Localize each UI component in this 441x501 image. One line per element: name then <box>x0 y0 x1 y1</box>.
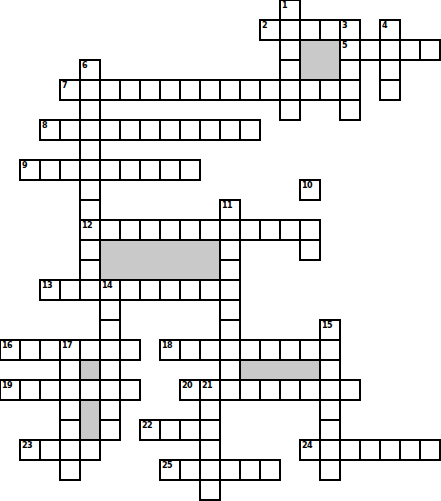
grid-cell[interactable] <box>219 239 241 261</box>
grid-cell[interactable]: 15 <box>319 319 341 341</box>
grid-cell[interactable] <box>79 379 101 401</box>
grid-cell[interactable] <box>119 119 141 141</box>
grid-cell[interactable] <box>139 79 161 101</box>
grid-cell[interactable] <box>319 359 341 381</box>
grid-cell[interactable] <box>259 339 281 361</box>
grid-cell[interactable] <box>179 339 201 361</box>
grid-cell[interactable] <box>219 119 241 141</box>
grid-cell[interactable] <box>199 459 221 481</box>
grid-cell[interactable] <box>319 19 341 41</box>
grid-cell[interactable] <box>199 439 221 461</box>
grid-cell[interactable]: 9 <box>19 159 41 181</box>
grid-cell[interactable]: 3 <box>339 19 361 41</box>
grid-cell[interactable] <box>339 99 361 121</box>
grid-cell[interactable] <box>79 79 101 101</box>
grid-cell[interactable] <box>139 159 161 181</box>
clue-number: 13 <box>42 281 52 290</box>
grid-cell[interactable] <box>379 59 401 81</box>
grid-cell[interactable] <box>59 439 81 461</box>
grid-cell[interactable] <box>219 219 241 241</box>
grid-cell[interactable] <box>259 79 281 101</box>
clue-number: 21 <box>202 381 212 390</box>
grid-cell[interactable] <box>99 339 121 361</box>
grid-cell[interactable] <box>59 279 81 301</box>
grid-cell[interactable] <box>79 199 101 221</box>
grid-cell[interactable] <box>139 279 161 301</box>
grid-cell[interactable] <box>359 439 381 461</box>
grid-cell[interactable] <box>119 279 141 301</box>
grid-cell[interactable] <box>199 219 221 241</box>
grid-cell[interactable] <box>59 379 81 401</box>
grid-cell[interactable]: 12 <box>79 219 101 241</box>
grid-cell[interactable] <box>99 419 121 441</box>
grid-cell[interactable] <box>119 379 141 401</box>
grid-cell[interactable] <box>379 39 401 61</box>
grid-cell[interactable] <box>39 159 61 181</box>
grid-cell[interactable]: 4 <box>379 19 401 41</box>
grid-cell[interactable]: 18 <box>159 339 181 361</box>
grid-cell[interactable] <box>79 339 101 361</box>
grid-cell[interactable] <box>359 39 381 61</box>
grid-cell[interactable]: 20 <box>179 379 201 401</box>
grid-cell[interactable] <box>159 219 181 241</box>
grid-cell[interactable] <box>159 419 181 441</box>
grid-cell[interactable] <box>219 379 241 401</box>
grid-cell[interactable] <box>79 439 101 461</box>
grid-cell[interactable] <box>319 459 341 481</box>
grid-cell[interactable] <box>79 159 101 181</box>
grid-cell[interactable] <box>119 339 141 361</box>
grid-cell[interactable] <box>279 379 301 401</box>
grid-cell[interactable] <box>239 379 261 401</box>
grid-cell[interactable] <box>199 119 221 141</box>
clue-number: 2 <box>262 21 267 30</box>
grid-cell[interactable] <box>59 419 81 441</box>
clue-number: 4 <box>382 21 387 30</box>
grid-cell[interactable] <box>179 159 201 181</box>
clue-number: 25 <box>162 461 172 470</box>
clue-number: 5 <box>342 41 347 50</box>
grid-cell[interactable] <box>319 379 341 401</box>
grid-cell[interactable] <box>79 179 101 201</box>
grid-cell[interactable] <box>239 339 261 361</box>
grid-cell[interactable] <box>339 379 361 401</box>
grid-cell[interactable] <box>39 439 61 461</box>
grid-cell[interactable] <box>199 419 221 441</box>
grid-cell[interactable]: 7 <box>59 79 81 101</box>
grid-cell[interactable] <box>59 399 81 421</box>
blocked-region <box>81 401 99 439</box>
grid-cell[interactable] <box>299 239 321 261</box>
grid-cell[interactable] <box>219 359 241 381</box>
grid-cell[interactable] <box>219 459 241 481</box>
grid-cell[interactable] <box>239 219 261 241</box>
clue-number: 7 <box>62 81 67 90</box>
clue-number: 24 <box>302 441 312 450</box>
grid-cell[interactable] <box>319 79 341 101</box>
grid-cell[interactable] <box>159 279 181 301</box>
clue-number: 14 <box>102 281 112 290</box>
grid-cell[interactable] <box>99 159 121 181</box>
grid-cell[interactable] <box>239 79 261 101</box>
clue-number: 19 <box>2 381 12 390</box>
grid-cell[interactable] <box>79 99 101 121</box>
grid-cell[interactable] <box>219 339 241 361</box>
grid-cell[interactable] <box>99 79 121 101</box>
grid-cell[interactable] <box>279 19 301 41</box>
grid-cell[interactable] <box>199 339 221 361</box>
grid-cell[interactable] <box>159 159 181 181</box>
grid-cell[interactable] <box>139 219 161 241</box>
grid-cell[interactable] <box>119 159 141 181</box>
clue-number: 15 <box>322 321 332 330</box>
grid-cell[interactable]: 16 <box>0 339 21 361</box>
grid-cell[interactable] <box>219 259 241 281</box>
grid-cell[interactable] <box>179 279 201 301</box>
grid-cell[interactable]: 25 <box>159 459 181 481</box>
grid-cell[interactable] <box>279 79 301 101</box>
grid-cell[interactable] <box>79 259 101 281</box>
grid-cell[interactable] <box>59 359 81 381</box>
grid-cell[interactable]: 13 <box>39 279 61 301</box>
grid-cell[interactable] <box>279 339 301 361</box>
grid-cell[interactable]: 6 <box>79 59 101 81</box>
grid-cell[interactable] <box>59 459 81 481</box>
grid-cell[interactable] <box>299 379 321 401</box>
grid-cell[interactable] <box>319 419 341 441</box>
clue-number: 17 <box>62 341 72 350</box>
grid-cell[interactable] <box>299 19 321 41</box>
grid-cell[interactable] <box>199 279 221 301</box>
grid-cell[interactable] <box>99 119 121 141</box>
grid-cell[interactable] <box>99 219 121 241</box>
clue-number: 3 <box>342 21 347 30</box>
grid-cell[interactable] <box>239 459 261 481</box>
grid-cell[interactable] <box>179 119 201 141</box>
clue-number: 18 <box>162 341 172 350</box>
grid-cell[interactable] <box>339 79 361 101</box>
grid-cell[interactable] <box>79 119 101 141</box>
clue-number: 8 <box>42 121 47 130</box>
clue-number: 11 <box>222 201 232 210</box>
grid-cell[interactable]: 2 <box>259 19 281 41</box>
grid-cell[interactable] <box>219 79 241 101</box>
clue-number: 20 <box>182 381 192 390</box>
grid-cell[interactable] <box>299 79 321 101</box>
grid-cell[interactable] <box>219 319 241 341</box>
grid-cell[interactable] <box>299 219 321 241</box>
clue-number: 1 <box>282 1 287 10</box>
blocked-region <box>81 361 99 379</box>
grid-cell[interactable] <box>99 319 121 341</box>
grid-cell[interactable] <box>199 399 221 421</box>
grid-cell[interactable] <box>399 439 421 461</box>
clue-number: 10 <box>302 181 312 190</box>
blocked-region <box>241 361 319 379</box>
grid-cell[interactable] <box>279 39 301 61</box>
grid-cell[interactable]: 19 <box>0 379 21 401</box>
grid-cell[interactable] <box>179 219 201 241</box>
blocked-region <box>101 241 219 279</box>
grid-cell[interactable] <box>179 459 201 481</box>
grid-cell[interactable] <box>239 119 261 141</box>
grid-cell[interactable] <box>279 219 301 241</box>
clue-number: 12 <box>82 221 92 230</box>
clue-number: 9 <box>22 161 27 170</box>
grid-cell[interactable] <box>259 379 281 401</box>
grid-cell[interactable] <box>79 279 101 301</box>
grid-cell[interactable] <box>19 339 41 361</box>
clue-number: 16 <box>2 341 12 350</box>
grid-cell[interactable] <box>159 79 181 101</box>
grid-cell[interactable] <box>259 219 281 241</box>
grid-cell[interactable] <box>179 79 201 101</box>
grid-cell[interactable]: 5 <box>339 39 361 61</box>
clue-number: 6 <box>82 61 87 70</box>
grid-cell[interactable] <box>39 339 61 361</box>
grid-cell[interactable] <box>79 239 101 261</box>
grid-cell[interactable]: 24 <box>299 439 321 461</box>
grid-cell[interactable] <box>339 439 361 461</box>
grid-cell[interactable] <box>119 219 141 241</box>
grid-cell[interactable] <box>99 379 121 401</box>
grid-cell[interactable]: 23 <box>19 439 41 461</box>
grid-cell[interactable] <box>99 359 121 381</box>
blocked-region <box>301 41 339 79</box>
grid-cell[interactable] <box>219 279 241 301</box>
grid-cell[interactable] <box>399 39 421 61</box>
grid-cell[interactable]: 11 <box>219 199 241 221</box>
grid-cell[interactable]: 8 <box>39 119 61 141</box>
grid-cell[interactable] <box>99 299 121 321</box>
grid-cell[interactable]: 17 <box>59 339 81 361</box>
grid-cell[interactable] <box>219 299 241 321</box>
grid-cell[interactable] <box>19 379 41 401</box>
grid-cell[interactable]: 14 <box>99 279 121 301</box>
grid-cell[interactable] <box>139 119 161 141</box>
grid-cell[interactable] <box>419 39 441 61</box>
grid-cell[interactable]: 10 <box>299 179 321 201</box>
grid-cell[interactable] <box>259 459 281 481</box>
grid-cell[interactable] <box>299 339 321 361</box>
crossword-page: 1234567891011121314151617181920212223242… <box>0 0 441 501</box>
grid-cell[interactable] <box>199 479 221 501</box>
grid-cell[interactable] <box>39 379 61 401</box>
grid-cell[interactable]: 21 <box>199 379 221 401</box>
grid-cell[interactable] <box>379 439 401 461</box>
grid-cell[interactable] <box>319 399 341 421</box>
grid-cell[interactable] <box>279 99 301 121</box>
grid-cell[interactable] <box>119 79 141 101</box>
grid-cell[interactable]: 22 <box>139 419 161 441</box>
clue-number: 22 <box>142 421 152 430</box>
grid-cell[interactable]: 1 <box>279 0 301 21</box>
grid-cell[interactable] <box>179 419 201 441</box>
grid-cell[interactable] <box>379 79 401 101</box>
grid-cell[interactable] <box>319 439 341 461</box>
grid-cell[interactable] <box>319 339 341 361</box>
grid-cell[interactable] <box>99 399 121 421</box>
grid-cell[interactable] <box>339 59 361 81</box>
clue-number: 23 <box>22 441 32 450</box>
crossword-board: 1234567891011121314151617181920212223242… <box>0 0 441 501</box>
grid-cell[interactable] <box>279 59 301 81</box>
grid-cell[interactable] <box>159 119 181 141</box>
grid-cell[interactable] <box>59 119 81 141</box>
grid-cell[interactable] <box>59 159 81 181</box>
grid-cell[interactable] <box>419 439 441 461</box>
grid-cell[interactable] <box>199 79 221 101</box>
grid-cell[interactable] <box>79 139 101 161</box>
